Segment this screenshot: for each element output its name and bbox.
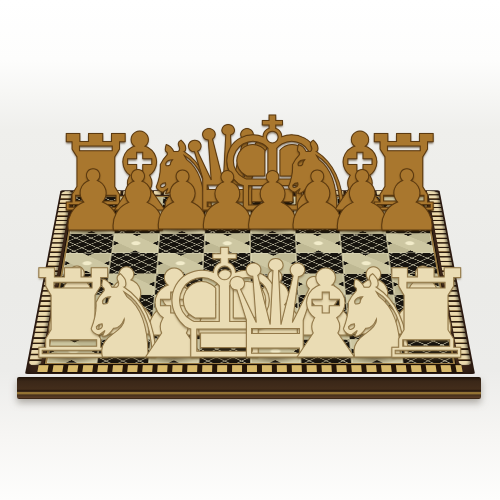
piece-white-rook-h1[interactable]: ♜ [372,255,481,377]
chess-set-photo: ♜♝♞♛♚♞♝♜♟♟♟♟♟♟♟♟♟♟♟♟♟♟♟♟♜♞♝♚♛♝♞♜ [0,0,500,500]
piece-black-pawn-h7[interactable]: ♟ [369,158,444,242]
